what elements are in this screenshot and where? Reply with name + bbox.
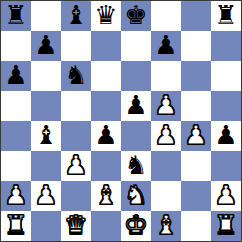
square-a3[interactable] [1,151,31,181]
square-a5[interactable] [1,91,31,121]
square-c8[interactable]: ♝ [61,1,91,31]
square-b1[interactable] [31,211,61,241]
white-pawn-icon[interactable]: ♟ [214,180,237,210]
square-h8[interactable]: ♜ [211,1,241,31]
white-pawn-icon[interactable]: ♟ [154,90,177,120]
square-c5[interactable] [61,91,91,121]
square-a2[interactable]: ♟ [1,181,31,211]
square-h1[interactable]: ♜ [211,211,241,241]
square-e1[interactable]: ♚ [121,211,151,241]
square-f3[interactable] [151,151,181,181]
square-g5[interactable] [181,91,211,121]
square-d8[interactable]: ♛ [91,1,121,31]
black-pawn-icon[interactable]: ♟ [124,90,147,120]
black-rook-icon[interactable]: ♜ [214,0,237,30]
square-d6[interactable] [91,61,121,91]
white-pawn-icon[interactable]: ♟ [154,120,177,150]
white-queen-icon[interactable]: ♛ [64,210,87,240]
square-a8[interactable]: ♜ [1,1,31,31]
square-c7[interactable] [61,31,91,61]
square-d2[interactable]: ♝ [91,181,121,211]
black-queen-icon[interactable]: ♛ [94,0,117,30]
square-e6[interactable] [121,61,151,91]
white-rook-icon[interactable]: ♜ [4,210,27,240]
square-d5[interactable] [91,91,121,121]
square-c2[interactable] [61,181,91,211]
square-g1[interactable] [181,211,211,241]
black-knight-icon[interactable]: ♞ [124,150,147,180]
square-f7[interactable]: ♟ [151,31,181,61]
square-g7[interactable] [181,31,211,61]
square-b7[interactable]: ♟ [31,31,61,61]
white-rook-icon[interactable]: ♜ [214,210,237,240]
black-pawn-icon[interactable]: ♟ [4,60,27,90]
white-pawn-icon[interactable]: ♟ [184,120,207,150]
square-e4[interactable] [121,121,151,151]
square-f4[interactable]: ♟ [151,121,181,151]
square-a7[interactable] [1,31,31,61]
square-d7[interactable] [91,31,121,61]
black-pawn-icon[interactable]: ♟ [94,120,117,150]
black-pawn-icon[interactable]: ♟ [214,120,237,150]
chess-board: ♜♝♛♚♜♟♟♟♞♟♟♝♟♟♟♟♟♞♟♟♝♞♟♜♛♚♝♜ [1,1,241,241]
square-e7[interactable] [121,31,151,61]
square-c3[interactable]: ♟ [61,151,91,181]
black-bishop-icon[interactable]: ♝ [64,0,87,30]
white-pawn-icon[interactable]: ♟ [4,180,27,210]
square-e8[interactable]: ♚ [121,1,151,31]
chess-board-frame: ♜♝♛♚♜♟♟♟♞♟♟♝♟♟♟♟♟♞♟♟♝♞♟♜♛♚♝♜ [0,0,242,242]
square-e5[interactable]: ♟ [121,91,151,121]
square-f2[interactable] [151,181,181,211]
square-c1[interactable]: ♛ [61,211,91,241]
square-h4[interactable]: ♟ [211,121,241,151]
square-g2[interactable] [181,181,211,211]
black-bishop-icon[interactable]: ♝ [34,120,57,150]
square-b3[interactable] [31,151,61,181]
square-h5[interactable] [211,91,241,121]
square-e2[interactable]: ♞ [121,181,151,211]
square-a1[interactable]: ♜ [1,211,31,241]
black-knight-icon[interactable]: ♞ [64,60,87,90]
black-rook-icon[interactable]: ♜ [4,0,27,30]
square-f1[interactable]: ♝ [151,211,181,241]
square-d4[interactable]: ♟ [91,121,121,151]
white-bishop-icon[interactable]: ♝ [154,210,177,240]
square-c6[interactable]: ♞ [61,61,91,91]
square-b5[interactable] [31,91,61,121]
square-b6[interactable] [31,61,61,91]
square-f6[interactable] [151,61,181,91]
square-d1[interactable] [91,211,121,241]
white-knight-icon[interactable]: ♞ [124,180,147,210]
black-pawn-icon[interactable]: ♟ [154,30,177,60]
square-h6[interactable] [211,61,241,91]
square-f5[interactable]: ♟ [151,91,181,121]
white-pawn-icon[interactable]: ♟ [34,180,57,210]
white-bishop-icon[interactable]: ♝ [94,180,117,210]
white-pawn-icon[interactable]: ♟ [64,150,87,180]
square-c4[interactable] [61,121,91,151]
square-d3[interactable] [91,151,121,181]
white-king-icon[interactable]: ♚ [124,210,147,240]
square-g8[interactable] [181,1,211,31]
square-g3[interactable] [181,151,211,181]
square-e3[interactable]: ♞ [121,151,151,181]
square-a6[interactable]: ♟ [1,61,31,91]
black-pawn-icon[interactable]: ♟ [34,30,57,60]
square-b4[interactable]: ♝ [31,121,61,151]
square-b2[interactable]: ♟ [31,181,61,211]
square-h3[interactable] [211,151,241,181]
square-g6[interactable] [181,61,211,91]
square-a4[interactable] [1,121,31,151]
square-h7[interactable] [211,31,241,61]
square-b8[interactable] [31,1,61,31]
black-king-icon[interactable]: ♚ [124,0,147,30]
square-f8[interactable] [151,1,181,31]
square-h2[interactable]: ♟ [211,181,241,211]
square-g4[interactable]: ♟ [181,121,211,151]
